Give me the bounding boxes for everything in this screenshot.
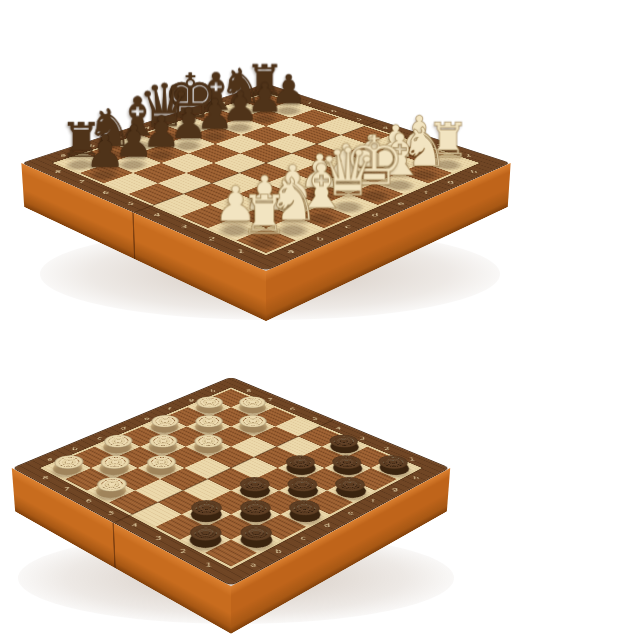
coord-rank-5-northeast-edge: 5 <box>312 416 318 420</box>
square-c5[interactable] <box>160 468 207 491</box>
coord-file-c-southeast-edge: c <box>345 224 352 229</box>
square-b4[interactable] <box>158 491 207 515</box>
coord-file-h-southeast-edge: h <box>413 475 420 480</box>
coord-rank-2-southwest-edge: 2 <box>208 236 216 241</box>
coord-rank-1-southwest-edge: 1 <box>237 248 244 253</box>
coord-file-h-southeast-edge: h <box>470 169 478 173</box>
square-a4[interactable] <box>154 194 210 216</box>
square-c4[interactable] <box>183 479 231 502</box>
coord-rank-7-northeast-edge: 7 <box>268 397 273 401</box>
coord-file-g-southeast-edge: g <box>446 179 454 183</box>
coord-rank-2-southwest-edge: 2 <box>180 548 187 554</box>
square-b5[interactable] <box>135 479 183 502</box>
coord-file-b-northwest-edge: b <box>72 446 78 450</box>
coord-file-a-southeast-edge: a <box>250 561 256 567</box>
coord-rank-7-northeast-edge: 7 <box>306 101 312 104</box>
square-a5[interactable] <box>129 183 184 205</box>
coord-rank-5-southwest-edge: 5 <box>127 201 135 206</box>
coord-file-g-northwest-edge: g <box>220 101 226 104</box>
product-photo-canvas: 88hh77gg66ff55ee44dd33cc22bb11aa♜♞♝♛♚♝♞♜… <box>0 0 640 640</box>
coord-file-h-northwest-edge: h <box>244 93 250 96</box>
coord-file-d-southeast-edge: d <box>324 522 331 527</box>
piece-light-rook-a1[interactable]: ♜ <box>240 187 289 241</box>
coord-rank-4-southwest-edge: 4 <box>153 212 161 217</box>
square-a4[interactable] <box>132 502 181 527</box>
coord-file-e-southeast-edge: e <box>347 510 354 515</box>
coord-file-f-northwest-edge: f <box>168 407 171 411</box>
coord-file-f-southeast-edge: f <box>371 498 375 503</box>
coord-file-c-northwest-edge: c <box>97 436 103 440</box>
square-b5[interactable] <box>158 173 212 194</box>
coord-rank-8-southwest-edge: 8 <box>54 169 62 173</box>
coord-file-d-northwest-edge: d <box>121 426 127 430</box>
coord-rank-6-southwest-edge: 6 <box>86 498 93 503</box>
coord-rank-7-southwest-edge: 7 <box>64 486 71 491</box>
coord-file-b-southeast-edge: b <box>316 236 324 241</box>
coord-file-f-southeast-edge: f <box>424 190 429 195</box>
coord-file-a-northwest-edge: a <box>47 457 54 462</box>
coord-rank-3-northeast-edge: 3 <box>359 436 365 440</box>
checkers-board-scene: 88hh77gg66ff55ee44dd33cc22bb11aa <box>0 320 640 640</box>
coord-file-e-northwest-edge: e <box>144 416 150 420</box>
coord-file-g-northwest-edge: g <box>189 397 194 401</box>
coord-file-a-southeast-edge: a <box>288 248 295 253</box>
coord-file-d-southeast-edge: d <box>371 212 379 217</box>
coord-file-b-southeast-edge: b <box>275 548 282 554</box>
chess-board-scene: 88hh77gg66ff55ee44dd33cc22bb11aa♜♞♝♛♚♝♞♜… <box>0 0 640 320</box>
coord-rank-1-northeast-edge: 1 <box>409 457 416 462</box>
coord-rank-6-northeast-edge: 6 <box>290 407 296 411</box>
coord-rank-1-southwest-edge: 1 <box>206 561 213 567</box>
coord-file-e-northwest-edge: e <box>170 117 176 121</box>
coord-file-e-southeast-edge: e <box>397 201 405 206</box>
coord-rank-3-southwest-edge: 3 <box>155 535 162 541</box>
coord-rank-5-southwest-edge: 5 <box>108 510 115 515</box>
coord-file-c-southeast-edge: c <box>300 535 306 541</box>
coord-rank-6-northeast-edge: 6 <box>331 109 337 112</box>
coord-rank-7-southwest-edge: 7 <box>78 179 86 183</box>
coord-file-g-southeast-edge: g <box>392 486 399 491</box>
coord-rank-4-southwest-edge: 4 <box>131 522 138 527</box>
piece-dark-pawn-a7[interactable]: ♟ <box>85 129 125 174</box>
coord-rank-4-northeast-edge: 4 <box>335 426 341 430</box>
coord-file-h-northwest-edge: h <box>210 388 215 392</box>
coord-rank-8-northeast-edge: 8 <box>246 388 251 392</box>
coord-rank-8-southwest-edge: 8 <box>42 475 49 480</box>
square-d1[interactable] <box>280 502 329 527</box>
coord-rank-3-southwest-edge: 3 <box>180 224 188 229</box>
coord-rank-6-southwest-edge: 6 <box>102 190 110 195</box>
coord-rank-8-northeast-edge: 8 <box>283 93 289 96</box>
coord-file-f-northwest-edge: f <box>196 109 200 112</box>
coord-rank-2-northeast-edge: 2 <box>384 446 390 450</box>
